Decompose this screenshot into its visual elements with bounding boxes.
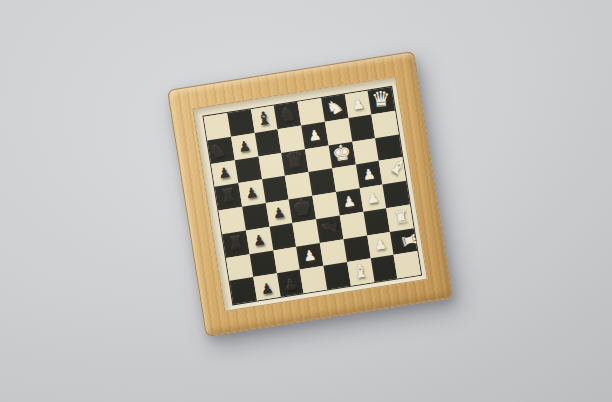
photo-background: ♝♞♞♟♛♟♜♟♟♚♜♟♝♟♟♞♟♛♟♚♟♝♟♟♜♟♜♟♝ <box>0 0 612 402</box>
board-mat: ♝♞♞♟♛♟♜♟♟♚♜♟♝♟♟♞♟♛♟♚♟♝♟♟♜♟♜♟♝ <box>192 76 428 312</box>
square-a1 <box>230 277 257 304</box>
square-d1 <box>300 266 327 293</box>
square-h1 <box>394 251 421 278</box>
chess-board: ♝♞♞♟♛♟♜♟♟♚♜♟♝♟♟♞♟♛♟♚♟♝♟♟♜♟♜♟♝ <box>202 86 422 306</box>
square-g1 <box>370 255 397 282</box>
wooden-chess-box: ♝♞♞♟♛♟♜♟♟♚♜♟♝♟♟♞♟♛♟♚♟♝♟♟♜♟♜♟♝ <box>167 51 453 337</box>
square-e1 <box>323 262 350 289</box>
square-f1 <box>347 259 374 286</box>
square-b1 <box>253 273 280 300</box>
square-c1 <box>277 270 304 297</box>
